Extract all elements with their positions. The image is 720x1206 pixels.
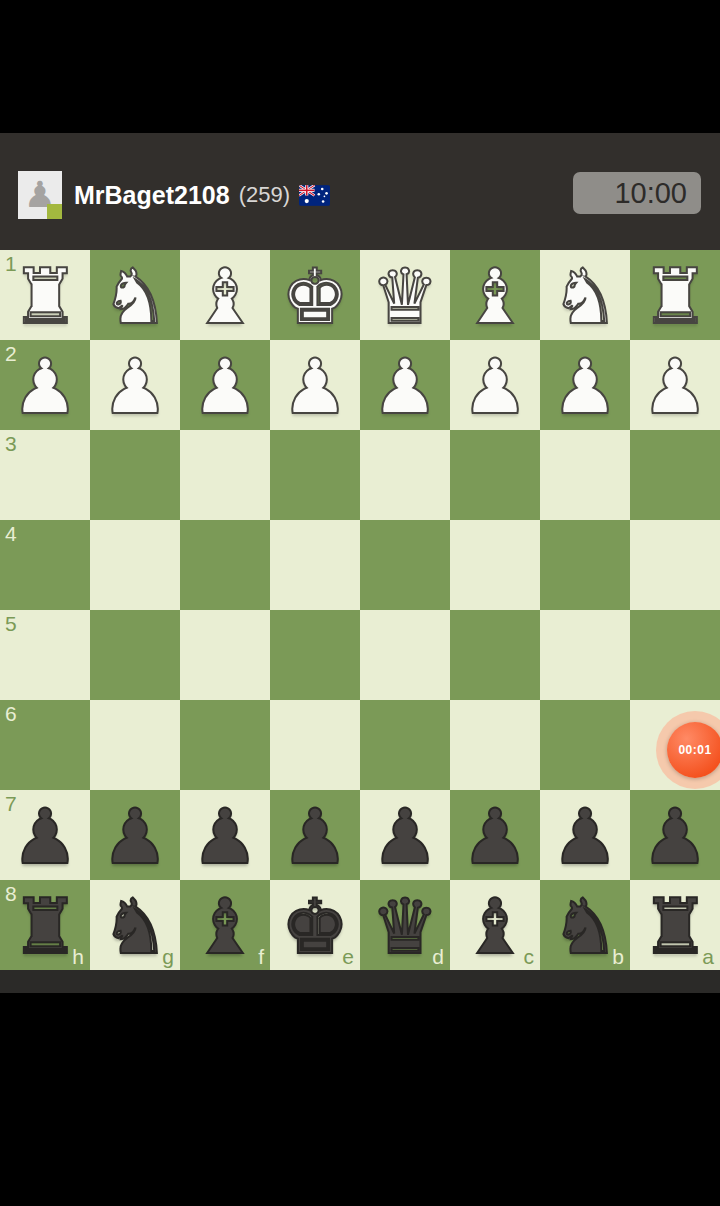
- square-e5[interactable]: [270, 610, 360, 700]
- square-b3[interactable]: [540, 430, 630, 520]
- square-b6[interactable]: [540, 700, 630, 790]
- square-a2[interactable]: ♟: [630, 340, 720, 430]
- black-pawn: ♟: [180, 790, 270, 880]
- opponent-clock: 10:00: [573, 172, 701, 214]
- rank-label-6: 6: [5, 702, 17, 726]
- square-h7[interactable]: 7♟: [0, 790, 90, 880]
- square-a8[interactable]: a♜: [630, 880, 720, 970]
- file-label-c: c: [524, 945, 535, 969]
- square-f3[interactable]: [180, 430, 270, 520]
- rank-label-8: 8: [5, 882, 17, 906]
- square-g6[interactable]: [90, 700, 180, 790]
- square-g3[interactable]: [90, 430, 180, 520]
- board-bottom-strip: [0, 970, 720, 993]
- white-king: ♚: [270, 250, 360, 340]
- square-d1[interactable]: ♛: [360, 250, 450, 340]
- square-f8[interactable]: f♝: [180, 880, 270, 970]
- black-pawn: ♟: [540, 790, 630, 880]
- opponent-rating: (259): [239, 182, 290, 208]
- square-b5[interactable]: [540, 610, 630, 700]
- square-c1[interactable]: ♝: [450, 250, 540, 340]
- opponent-bar: ♟ MrBaget2108 (259): [0, 133, 720, 250]
- square-d4[interactable]: [360, 520, 450, 610]
- square-d2[interactable]: ♟: [360, 340, 450, 430]
- square-h1[interactable]: 1♜: [0, 250, 90, 340]
- square-c3[interactable]: [450, 430, 540, 520]
- white-knight: ♞: [540, 250, 630, 340]
- square-g5[interactable]: [90, 610, 180, 700]
- rank-label-1: 1: [5, 252, 17, 276]
- white-pawn: ♟: [270, 340, 360, 430]
- rank-label-3: 3: [5, 432, 17, 456]
- square-e1[interactable]: ♚: [270, 250, 360, 340]
- square-a1[interactable]: ♜: [630, 250, 720, 340]
- black-pawn: ♟: [450, 790, 540, 880]
- square-h5[interactable]: 5: [0, 610, 90, 700]
- square-g2[interactable]: ♟: [90, 340, 180, 430]
- square-c5[interactable]: [450, 610, 540, 700]
- square-d6[interactable]: [360, 700, 450, 790]
- white-pawn: ♟: [630, 340, 720, 430]
- white-pawn: ♟: [360, 340, 450, 430]
- file-label-f: f: [258, 945, 264, 969]
- square-b8[interactable]: b♞: [540, 880, 630, 970]
- rank-label-4: 4: [5, 522, 17, 546]
- square-c6[interactable]: [450, 700, 540, 790]
- opponent-info[interactable]: MrBaget2108 (259): [74, 179, 330, 211]
- square-c2[interactable]: ♟: [450, 340, 540, 430]
- square-f5[interactable]: [180, 610, 270, 700]
- white-pawn: ♟: [180, 340, 270, 430]
- square-e3[interactable]: [270, 430, 360, 520]
- white-queen: ♛: [360, 250, 450, 340]
- square-a7[interactable]: ♟: [630, 790, 720, 880]
- white-bishop: ♝: [450, 250, 540, 340]
- square-h8[interactable]: 8h♜: [0, 880, 90, 970]
- rank-label-5: 5: [5, 612, 17, 636]
- square-h2[interactable]: 2♟: [0, 340, 90, 430]
- square-g1[interactable]: ♞: [90, 250, 180, 340]
- square-f4[interactable]: [180, 520, 270, 610]
- rank-label-2: 2: [5, 342, 17, 366]
- square-e8[interactable]: e♚: [270, 880, 360, 970]
- file-label-a: a: [702, 945, 714, 969]
- square-h6[interactable]: 6: [0, 700, 90, 790]
- square-g4[interactable]: [90, 520, 180, 610]
- square-a4[interactable]: [630, 520, 720, 610]
- rank-label-7: 7: [5, 792, 17, 816]
- square-g8[interactable]: g♞: [90, 880, 180, 970]
- black-pawn: ♟: [360, 790, 450, 880]
- screen-recording-timer-circle: 00:01: [667, 722, 720, 778]
- square-e6[interactable]: [270, 700, 360, 790]
- australia-flag-icon: [299, 185, 330, 206]
- online-status-badge: [47, 204, 62, 219]
- white-pawn: ♟: [450, 340, 540, 430]
- square-b4[interactable]: [540, 520, 630, 610]
- file-label-d: d: [432, 945, 444, 969]
- white-pawn: ♟: [90, 340, 180, 430]
- square-g7[interactable]: ♟: [90, 790, 180, 880]
- square-b7[interactable]: ♟: [540, 790, 630, 880]
- screen-recording-time: 00:01: [678, 743, 711, 757]
- square-d3[interactable]: [360, 430, 450, 520]
- square-a5[interactable]: [630, 610, 720, 700]
- square-f7[interactable]: ♟: [180, 790, 270, 880]
- square-f1[interactable]: ♝: [180, 250, 270, 340]
- black-pawn: ♟: [270, 790, 360, 880]
- white-knight: ♞: [90, 250, 180, 340]
- black-bishop: ♝: [180, 880, 270, 970]
- black-pawn: ♟: [630, 790, 720, 880]
- square-c4[interactable]: [450, 520, 540, 610]
- square-f6[interactable]: [180, 700, 270, 790]
- white-bishop: ♝: [180, 250, 270, 340]
- square-f2[interactable]: ♟: [180, 340, 270, 430]
- square-d8[interactable]: d♛: [360, 880, 450, 970]
- square-h4[interactable]: 4: [0, 520, 90, 610]
- black-pawn: ♟: [90, 790, 180, 880]
- file-label-e: e: [342, 945, 354, 969]
- square-a3[interactable]: [630, 430, 720, 520]
- square-c7[interactable]: ♟: [450, 790, 540, 880]
- white-pawn: ♟: [540, 340, 630, 430]
- file-label-g: g: [162, 945, 174, 969]
- file-label-h: h: [72, 945, 84, 969]
- square-b1[interactable]: ♞: [540, 250, 630, 340]
- square-e7[interactable]: ♟: [270, 790, 360, 880]
- square-d7[interactable]: ♟: [360, 790, 450, 880]
- square-e4[interactable]: [270, 520, 360, 610]
- square-h3[interactable]: 3: [0, 430, 90, 520]
- square-e2[interactable]: ♟: [270, 340, 360, 430]
- chess-board: 1♜♞♝♚♛♝♞♜2♟♟♟♟♟♟♟♟34567♟♟♟♟♟♟♟♟8h♜g♞f♝e♚…: [0, 250, 720, 970]
- white-rook: ♜: [630, 250, 720, 340]
- opponent-avatar[interactable]: ♟: [18, 171, 62, 219]
- square-b2[interactable]: ♟: [540, 340, 630, 430]
- opponent-username: MrBaget2108: [74, 181, 230, 210]
- square-c8[interactable]: c♝: [450, 880, 540, 970]
- file-label-b: b: [612, 945, 624, 969]
- square-d5[interactable]: [360, 610, 450, 700]
